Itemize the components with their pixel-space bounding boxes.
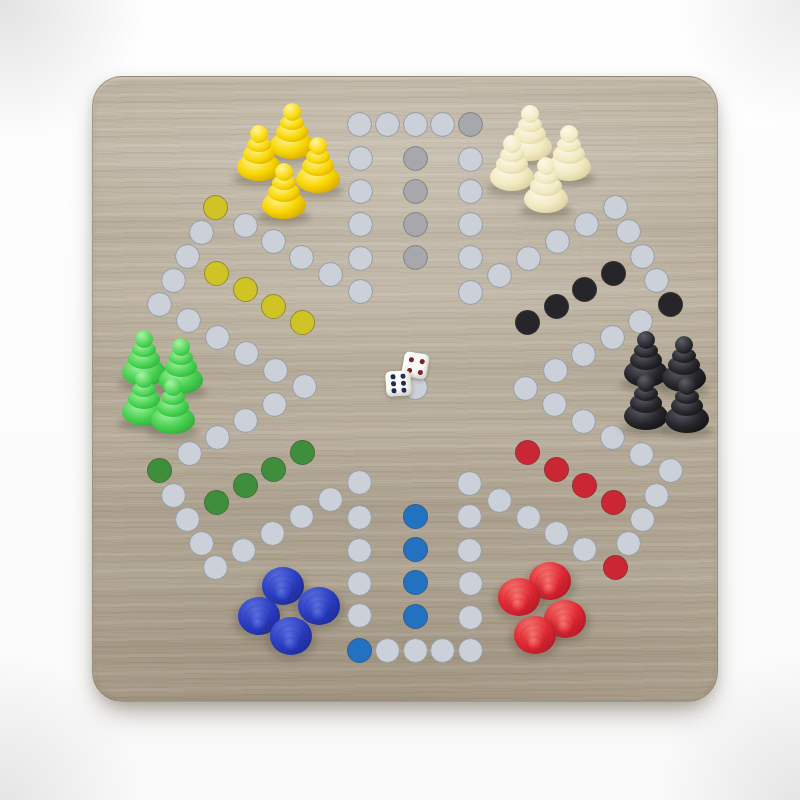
die-pip — [390, 374, 395, 379]
die-pip — [419, 358, 425, 364]
die-pip — [417, 369, 423, 375]
die-2-showing-6[interactable] — [385, 370, 412, 397]
die-pip — [400, 373, 405, 378]
die-pip — [401, 387, 406, 392]
die-pip — [391, 381, 396, 386]
die-pip — [408, 356, 414, 362]
dice-layer — [93, 77, 717, 701]
die-pip — [401, 380, 406, 385]
game-board — [92, 76, 718, 702]
product-photo-backdrop — [0, 0, 800, 800]
die-pip — [391, 388, 396, 393]
